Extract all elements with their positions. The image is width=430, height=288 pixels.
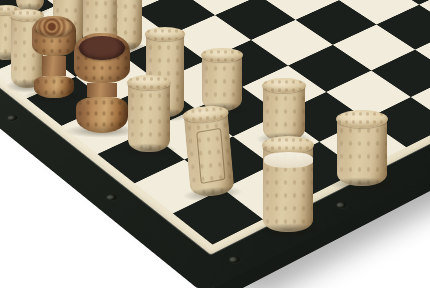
- cork-piece-a3[interactable]: [128, 76, 170, 152]
- champagne-cork-waist: [87, 83, 117, 97]
- champagne-cork-piece-a4[interactable]: [74, 33, 130, 133]
- champagne-cork-skirt: [34, 76, 74, 98]
- cork-piece-b1[interactable]: [263, 137, 313, 232]
- cork-piece-c2[interactable]: [263, 79, 305, 141]
- cork-piece-a1[interactable]: [183, 105, 235, 197]
- champagne-cork-cap: [74, 33, 130, 83]
- champagne-cork-skirt: [76, 97, 128, 133]
- cork-chess-photo: [0, 0, 430, 288]
- cork-piece-c1[interactable]: [337, 111, 387, 186]
- champagne-cork-cap: [32, 16, 76, 56]
- pieces-layer: [0, 0, 430, 288]
- champagne-cork-waist: [42, 56, 66, 76]
- cork-piece-c3[interactable]: [202, 49, 242, 111]
- cork-band: [264, 152, 313, 168]
- cork-stamp-mark: [196, 128, 225, 184]
- champagne-cork-piece-a5[interactable]: [32, 16, 76, 98]
